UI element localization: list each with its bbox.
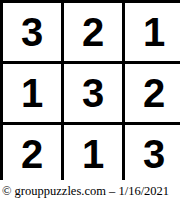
cell-r1c2[interactable]: 2 <box>125 64 183 122</box>
cell-r0c0[interactable]: 3 <box>3 3 61 61</box>
cell-r0c2[interactable]: 1 <box>125 3 183 61</box>
cell-r1c0[interactable]: 1 <box>3 64 61 122</box>
cell-r2c2[interactable]: 3 <box>125 125 183 183</box>
cell-r1c1[interactable]: 3 <box>64 64 122 122</box>
cell-r0c1[interactable]: 2 <box>64 3 122 61</box>
puzzle-board: 3 2 1 1 3 2 2 1 3 <box>0 0 180 180</box>
puzzle-page: 3 2 1 1 3 2 2 1 3 © grouppuzzles.com – 1… <box>0 0 186 208</box>
copyright-text: © grouppuzzles.com – 1/16/2021 <box>0 180 186 202</box>
cell-r2c1[interactable]: 1 <box>64 125 122 183</box>
cell-r2c0[interactable]: 2 <box>3 125 61 183</box>
